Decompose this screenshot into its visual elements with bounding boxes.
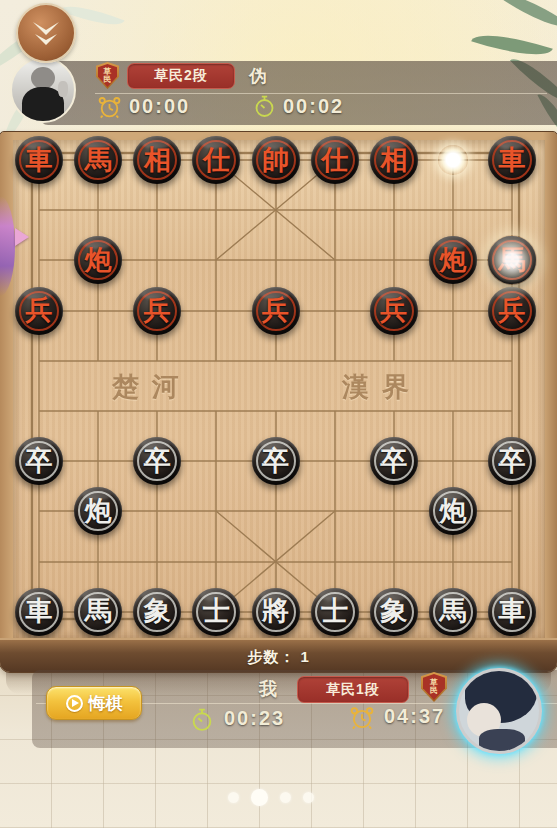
move-counter-value: 1 [300,648,309,665]
piece-glyph: 車 [499,598,526,625]
piece-black-p[interactable]: 卒 [133,437,181,485]
opponent-move-time: 00:02 [283,95,344,118]
opponent-rank-pill: 草民2段 [127,63,235,89]
piece-red-c[interactable]: 炮 [429,236,477,284]
piece-red-a[interactable]: 仕 [192,136,240,184]
opponent-avatar[interactable] [10,57,76,123]
undo-button-label: 悔棋 [89,692,123,715]
piece-glyph: 士 [203,598,230,625]
piece-glyph: 炮 [439,247,466,274]
piece-red-k[interactable]: 帥 [252,136,300,184]
piece-black-n[interactable]: 馬 [429,588,477,636]
piece-red-p[interactable]: 兵 [252,287,300,335]
piece-black-r[interactable]: 車 [488,588,536,636]
piece-black-a[interactable]: 士 [311,588,359,636]
piece-black-p[interactable]: 卒 [488,437,536,485]
undo-move-button[interactable]: 悔棋 [46,686,142,720]
piece-red-b[interactable]: 相 [370,136,418,184]
piece-red-p[interactable]: 兵 [370,287,418,335]
arrow-right-icon [15,228,29,246]
piece-glyph: 兵 [26,297,53,324]
self-move-time: 00:23 [224,707,285,730]
page-dot[interactable] [228,792,239,803]
piece-black-c[interactable]: 炮 [74,487,122,535]
piece-glyph: 仕 [321,147,348,174]
double-chevron-down-icon [28,16,64,50]
self-total-time: 04:37 [384,705,445,728]
self-rank-pill: 草民1段 [297,676,409,703]
piece-black-c[interactable]: 炮 [429,487,477,535]
piece-glyph: 兵 [144,297,171,324]
piece-glyph: 兵 [380,297,407,324]
play-circle-icon [66,695,83,712]
piece-glyph: 象 [144,598,171,625]
piece-black-n[interactable]: 馬 [74,588,122,636]
piece-black-b[interactable]: 象 [133,588,181,636]
piece-black-r[interactable]: 車 [15,588,63,636]
piece-glyph: 卒 [262,448,289,475]
move-counter: 步数： 1 [0,648,557,667]
piece-glyph: 帥 [262,147,289,174]
piece-red-a[interactable]: 仕 [311,136,359,184]
self-name: 我 [259,677,277,701]
piece-glyph: 卒 [499,448,526,475]
piece-glyph: 馬 [85,147,112,174]
stopwatch-icon [253,95,276,118]
page-indicator [0,789,549,806]
piece-black-k[interactable]: 將 [252,588,300,636]
piece-glyph: 士 [321,598,348,625]
piece-glyph: 相 [380,147,407,174]
opponent-name: 伪 [249,64,267,88]
xiangqi-board[interactable]: 楚河 漢界 車馬相仕帥仕相車炮炮馬兵兵兵兵兵卒卒卒卒卒炮炮車馬象士將士象馬車 [0,132,557,672]
piece-glyph: 炮 [85,247,112,274]
piece-glyph: 炮 [439,498,466,525]
page-dot[interactable] [251,789,268,806]
piece-red-b[interactable]: 相 [133,136,181,184]
piece-red-r[interactable]: 車 [15,136,63,184]
alarm-clock-icon [350,706,374,730]
piece-glyph: 象 [380,598,407,625]
opponent-total-time: 00:00 [129,95,190,118]
piece-glyph: 卒 [380,448,407,475]
piece-black-a[interactable]: 士 [192,588,240,636]
piece-glyph: 車 [499,147,526,174]
avatar-body [479,729,525,753]
piece-glyph: 車 [26,147,53,174]
piece-black-b[interactable]: 象 [370,588,418,636]
piece-red-p[interactable]: 兵 [488,287,536,335]
piece-black-p[interactable]: 卒 [370,437,418,485]
piece-glyph: 兵 [499,297,526,324]
piece-red-p[interactable]: 兵 [133,287,181,335]
piece-glyph: 仕 [203,147,230,174]
piece-red-r[interactable]: 車 [488,136,536,184]
pieces-layer: 車馬相仕帥仕相車炮炮馬兵兵兵兵兵卒卒卒卒卒炮炮車馬象士將士象馬車 [0,132,557,672]
side-panel-handle[interactable] [0,196,46,296]
avatar-hand [58,81,68,97]
handle-ribbon [0,196,15,296]
self-avatar[interactable] [456,668,542,754]
piece-red-c[interactable]: 炮 [74,236,122,284]
stopwatch-icon [190,708,214,732]
piece-glyph: 炮 [85,498,112,525]
last-move-to-marker [487,235,537,285]
top-panel-divider [95,93,547,94]
piece-black-p[interactable]: 卒 [252,437,300,485]
piece-glyph: 卒 [26,448,53,475]
piece-glyph: 將 [262,598,289,625]
piece-red-n[interactable]: 馬 [74,136,122,184]
alarm-clock-icon [98,96,121,119]
page-dot[interactable] [303,792,314,803]
game-screen: 楚河 漢界 車馬相仕帥仕相車炮炮馬兵兵兵兵兵卒卒卒卒卒炮炮車馬象士將士象馬車 草… [0,0,557,828]
last-move-from-marker [438,145,468,175]
piece-glyph: 兵 [262,297,289,324]
back-button[interactable] [16,3,76,63]
piece-glyph: 馬 [439,598,466,625]
piece-glyph: 馬 [85,598,112,625]
move-counter-label: 步数： [247,648,295,665]
avatar-head [31,67,55,89]
piece-glyph: 車 [26,598,53,625]
piece-glyph: 卒 [144,448,171,475]
piece-black-p[interactable]: 卒 [15,437,63,485]
piece-glyph: 相 [144,147,171,174]
page-dot[interactable] [280,792,291,803]
